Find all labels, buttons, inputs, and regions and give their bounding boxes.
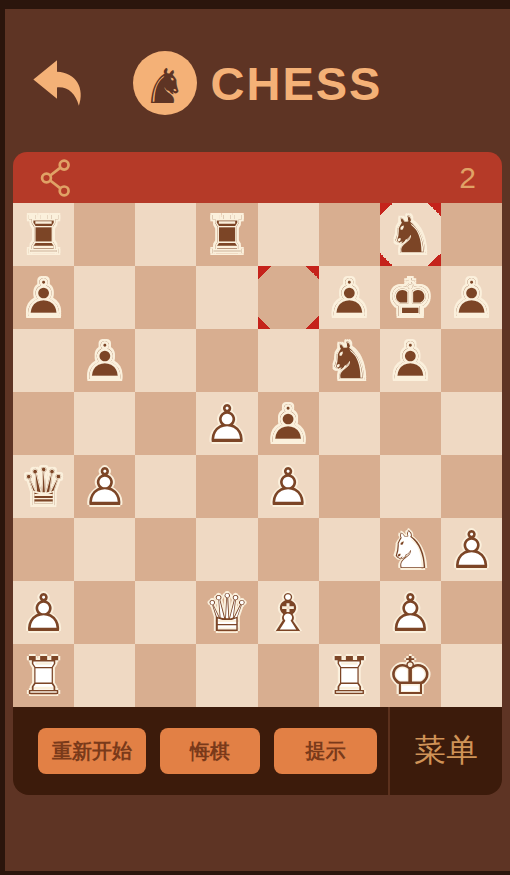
square-c2[interactable]	[135, 581, 196, 644]
square-c1[interactable]	[135, 644, 196, 707]
white-pawn[interactable]: ♟♙	[196, 392, 257, 455]
black-pawn[interactable]: ♟♙	[441, 266, 502, 329]
square-d6[interactable]	[196, 329, 257, 392]
black-pawn[interactable]: ♟♙	[74, 329, 135, 392]
square-a7[interactable]: ♟♙	[13, 266, 74, 329]
black-king[interactable]: ♚♔	[380, 266, 441, 329]
square-e3[interactable]	[258, 518, 319, 581]
share-icon	[39, 185, 73, 200]
square-d2[interactable]: ♛♕	[196, 581, 257, 644]
app-title: CHESS	[211, 56, 383, 111]
square-b2[interactable]	[74, 581, 135, 644]
square-c5[interactable]	[135, 392, 196, 455]
black-pawn[interactable]: ♟♙	[319, 266, 380, 329]
square-e2[interactable]: ♝♗	[258, 581, 319, 644]
frame-top-strip	[0, 0, 510, 9]
square-b1[interactable]	[74, 644, 135, 707]
square-f6[interactable]: ♞♘	[319, 329, 380, 392]
square-e5[interactable]: ♟♙	[258, 392, 319, 455]
square-h8[interactable]	[441, 203, 502, 266]
restart-button[interactable]: 重新开始	[38, 728, 146, 774]
square-h6[interactable]	[441, 329, 502, 392]
chess-app-screen: { "game": "chess", "app": { "title_logo"…	[0, 0, 510, 875]
black-pawn[interactable]: ♟♙	[380, 329, 441, 392]
square-e8[interactable]	[258, 203, 319, 266]
square-g5[interactable]	[380, 392, 441, 455]
white-pawn[interactable]: ♟♙	[74, 455, 135, 518]
square-b5[interactable]	[74, 392, 135, 455]
undo-button[interactable]: 悔棋	[160, 728, 260, 774]
square-d3[interactable]	[196, 518, 257, 581]
square-c7[interactable]	[135, 266, 196, 329]
square-g6[interactable]: ♟♙	[380, 329, 441, 392]
status-bar: 2	[13, 152, 502, 203]
square-a6[interactable]	[13, 329, 74, 392]
white-pawn[interactable]: ♟♙	[13, 581, 74, 644]
square-b7[interactable]	[74, 266, 135, 329]
toolbar-buttons: 重新开始 悔棋 提示	[13, 707, 388, 795]
square-f3[interactable]	[319, 518, 380, 581]
square-b8[interactable]	[74, 203, 135, 266]
square-a1[interactable]: ♜♖	[13, 644, 74, 707]
white-pawn[interactable]: ♟♙	[258, 455, 319, 518]
square-h1[interactable]	[441, 644, 502, 707]
square-f5[interactable]	[319, 392, 380, 455]
black-queen[interactable]: ♛♕	[13, 455, 74, 518]
square-c6[interactable]	[135, 329, 196, 392]
square-d5[interactable]: ♟♙	[196, 392, 257, 455]
square-g8[interactable]: ♞♘	[380, 203, 441, 266]
app-logo: ♞ CHESS	[5, 45, 510, 121]
square-h5[interactable]	[441, 392, 502, 455]
square-g3[interactable]: ♞♘	[380, 518, 441, 581]
chess-board: ♜♖♜♖♞♘♟♙♟♙♚♔♟♙♟♙♞♘♟♙♟♙♟♙♛♕♟♙♟♙♞♘♟♙♟♙♛♕♝♗…	[13, 203, 502, 707]
square-f7[interactable]: ♟♙	[319, 266, 380, 329]
white-knight[interactable]: ♞♘	[380, 518, 441, 581]
square-c3[interactable]	[135, 518, 196, 581]
square-e1[interactable]	[258, 644, 319, 707]
move-counter: 2	[459, 161, 476, 195]
white-queen[interactable]: ♛♕	[196, 581, 257, 644]
square-c8[interactable]	[135, 203, 196, 266]
square-g7[interactable]: ♚♔	[380, 266, 441, 329]
square-g4[interactable]	[380, 455, 441, 518]
share-button[interactable]	[39, 159, 73, 197]
square-d1[interactable]	[196, 644, 257, 707]
black-knight[interactable]: ♞♘	[380, 203, 441, 266]
black-pawn[interactable]: ♟♙	[258, 392, 319, 455]
square-f8[interactable]	[319, 203, 380, 266]
white-rook[interactable]: ♜♖	[319, 644, 380, 707]
square-d4[interactable]	[196, 455, 257, 518]
white-rook[interactable]: ♜♖	[13, 644, 74, 707]
header: ♞ CHESS	[5, 9, 510, 152]
square-h4[interactable]	[441, 455, 502, 518]
square-a8[interactable]: ♜♖	[13, 203, 74, 266]
black-rook[interactable]: ♜♖	[13, 203, 74, 266]
square-f2[interactable]	[319, 581, 380, 644]
black-pawn[interactable]: ♟♙	[13, 266, 74, 329]
square-a2[interactable]: ♟♙	[13, 581, 74, 644]
square-g1[interactable]: ♚♔	[380, 644, 441, 707]
square-h3[interactable]: ♟♙	[441, 518, 502, 581]
square-g2[interactable]: ♟♙	[380, 581, 441, 644]
game-card: 2 ♜♖♜♖♞♘♟♙♟♙♚♔♟♙♟♙♞♘♟♙♟♙♟♙♛♕♟♙♟♙♞♘♟♙♟♙♛♕…	[13, 152, 502, 795]
square-h2[interactable]	[441, 581, 502, 644]
frame-bottom-strip	[0, 871, 510, 875]
menu-label: 菜单	[414, 729, 478, 773]
frame-left-strip	[0, 0, 5, 875]
white-pawn[interactable]: ♟♙	[441, 518, 502, 581]
white-king[interactable]: ♚♔	[380, 644, 441, 707]
black-rook[interactable]: ♜♖	[196, 203, 257, 266]
white-pawn[interactable]: ♟♙	[380, 581, 441, 644]
menu-button[interactable]: 菜单	[390, 707, 502, 795]
square-d7[interactable]	[196, 266, 257, 329]
square-c4[interactable]	[135, 455, 196, 518]
square-a5[interactable]	[13, 392, 74, 455]
square-e7[interactable]	[258, 266, 319, 329]
square-b4[interactable]: ♟♙	[74, 455, 135, 518]
square-e6[interactable]	[258, 329, 319, 392]
square-a4[interactable]: ♛♕	[13, 455, 74, 518]
square-f4[interactable]	[319, 455, 380, 518]
square-a3[interactable]	[13, 518, 74, 581]
hint-button[interactable]: 提示	[274, 728, 377, 774]
black-knight[interactable]: ♞♘	[319, 329, 380, 392]
square-f1[interactable]: ♜♖	[319, 644, 380, 707]
white-bishop[interactable]: ♝♗	[258, 581, 319, 644]
square-h7[interactable]: ♟♙	[441, 266, 502, 329]
square-e4[interactable]: ♟♙	[258, 455, 319, 518]
bottom-toolbar: 重新开始 悔棋 提示 菜单	[13, 707, 502, 795]
square-d8[interactable]: ♜♖	[196, 203, 257, 266]
square-b6[interactable]: ♟♙	[74, 329, 135, 392]
square-b3[interactable]	[74, 518, 135, 581]
knight-logo-icon: ♞	[133, 51, 197, 115]
